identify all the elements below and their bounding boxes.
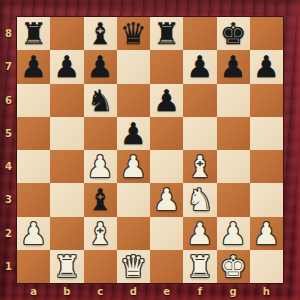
piece-white-king-g1[interactable]: ♚ [217, 250, 250, 283]
piece-black-bishop-c3[interactable]: ♝ [84, 183, 117, 216]
piece-black-pawn-f7[interactable]: ♟ [183, 50, 216, 83]
square-f3[interactable]: ♞ [183, 183, 216, 216]
piece-white-rook-b1[interactable]: ♜ [50, 250, 83, 283]
square-d3[interactable] [117, 183, 150, 216]
piece-black-pawn-a7[interactable]: ♟ [17, 50, 50, 83]
square-g2[interactable]: ♟ [217, 217, 250, 250]
piece-black-bishop-c8[interactable]: ♝ [84, 17, 117, 50]
square-h2[interactable]: ♟ [250, 217, 283, 250]
rank-labels: 87654321 [0, 17, 17, 283]
rank-label-6: 6 [0, 84, 17, 117]
piece-black-rook-e8[interactable]: ♜ [150, 17, 183, 50]
piece-black-pawn-b7[interactable]: ♟ [50, 50, 83, 83]
square-g4[interactable] [217, 150, 250, 183]
square-g5[interactable] [217, 117, 250, 150]
square-a5[interactable] [17, 117, 50, 150]
square-a6[interactable] [17, 84, 50, 117]
square-a2[interactable]: ♟ [17, 217, 50, 250]
square-b2[interactable] [50, 217, 83, 250]
square-b4[interactable] [50, 150, 83, 183]
square-b1[interactable]: ♜ [50, 250, 83, 283]
piece-black-pawn-d5[interactable]: ♟ [117, 117, 150, 150]
square-g1[interactable]: ♚ [217, 250, 250, 283]
square-c1[interactable] [84, 250, 117, 283]
piece-black-pawn-e6[interactable]: ♟ [150, 84, 183, 117]
square-d8[interactable]: ♛ [117, 17, 150, 50]
rank-label-4: 4 [0, 150, 17, 183]
square-a3[interactable] [17, 183, 50, 216]
square-h1[interactable] [250, 250, 283, 283]
square-e7[interactable] [150, 50, 183, 83]
piece-white-pawn-g2[interactable]: ♟ [217, 217, 250, 250]
square-b6[interactable] [50, 84, 83, 117]
square-e8[interactable]: ♜ [150, 17, 183, 50]
square-f1[interactable]: ♜ [183, 250, 216, 283]
chess-board: ♜♝♛♜♚♟♟♟♟♟♟♞♟♟♟♟♝♝♟♞♟♝♟♟♟♜♛♜♚ [17, 17, 283, 283]
square-e2[interactable] [150, 217, 183, 250]
square-a7[interactable]: ♟ [17, 50, 50, 83]
square-e3[interactable]: ♟ [150, 183, 183, 216]
file-label-e: e [150, 283, 183, 300]
chess-diagram: 87654321 abcdefgh ♜♝♛♜♚♟♟♟♟♟♟♞♟♟♟♟♝♝♟♞♟♝… [0, 0, 300, 300]
piece-white-bishop-c2[interactable]: ♝ [84, 217, 117, 250]
square-f4[interactable]: ♝ [183, 150, 216, 183]
file-label-f: f [183, 283, 216, 300]
square-e5[interactable] [150, 117, 183, 150]
rank-label-3: 3 [0, 183, 17, 216]
file-label-g: g [217, 283, 250, 300]
piece-white-pawn-c4[interactable]: ♟ [84, 150, 117, 183]
square-h8[interactable] [250, 17, 283, 50]
square-c4[interactable]: ♟ [84, 150, 117, 183]
rank-label-8: 8 [0, 17, 17, 50]
piece-white-queen-d1[interactable]: ♛ [117, 250, 150, 283]
piece-black-pawn-c7[interactable]: ♟ [84, 50, 117, 83]
square-c6[interactable]: ♞ [84, 84, 117, 117]
square-d2[interactable] [117, 217, 150, 250]
square-a4[interactable] [17, 150, 50, 183]
piece-white-pawn-h2[interactable]: ♟ [250, 217, 283, 250]
piece-black-rook-a8[interactable]: ♜ [17, 17, 50, 50]
piece-white-bishop-f4[interactable]: ♝ [183, 150, 216, 183]
piece-black-pawn-h7[interactable]: ♟ [250, 50, 283, 83]
square-f8[interactable] [183, 17, 216, 50]
square-b3[interactable] [50, 183, 83, 216]
square-d6[interactable] [117, 84, 150, 117]
square-d1[interactable]: ♛ [117, 250, 150, 283]
square-h5[interactable] [250, 117, 283, 150]
square-d5[interactable]: ♟ [117, 117, 150, 150]
square-d4[interactable]: ♟ [117, 150, 150, 183]
piece-black-pawn-g7[interactable]: ♟ [217, 50, 250, 83]
piece-white-pawn-f2[interactable]: ♟ [183, 217, 216, 250]
square-b7[interactable]: ♟ [50, 50, 83, 83]
square-c8[interactable]: ♝ [84, 17, 117, 50]
file-label-b: b [50, 283, 83, 300]
piece-black-king-g8[interactable]: ♚ [217, 17, 250, 50]
square-f2[interactable]: ♟ [183, 217, 216, 250]
square-b8[interactable] [50, 17, 83, 50]
rank-label-7: 7 [0, 50, 17, 83]
file-label-h: h [250, 283, 283, 300]
square-h4[interactable] [250, 150, 283, 183]
square-f7[interactable]: ♟ [183, 50, 216, 83]
square-c2[interactable]: ♝ [84, 217, 117, 250]
rank-label-2: 2 [0, 217, 17, 250]
square-c3[interactable]: ♝ [84, 183, 117, 216]
piece-white-pawn-d4[interactable]: ♟ [117, 150, 150, 183]
square-f6[interactable] [183, 84, 216, 117]
square-h7[interactable]: ♟ [250, 50, 283, 83]
square-g3[interactable] [217, 183, 250, 216]
piece-black-queen-d8[interactable]: ♛ [117, 17, 150, 50]
square-g8[interactable]: ♚ [217, 17, 250, 50]
piece-white-rook-f1[interactable]: ♜ [183, 250, 216, 283]
square-a8[interactable]: ♜ [17, 17, 50, 50]
piece-white-knight-f3[interactable]: ♞ [183, 183, 216, 216]
square-h6[interactable] [250, 84, 283, 117]
square-g7[interactable]: ♟ [217, 50, 250, 83]
file-labels: abcdefgh [17, 283, 283, 300]
file-label-d: d [117, 283, 150, 300]
piece-white-pawn-a2[interactable]: ♟ [17, 217, 50, 250]
file-label-a: a [17, 283, 50, 300]
square-h3[interactable] [250, 183, 283, 216]
square-f5[interactable] [183, 117, 216, 150]
square-g6[interactable] [217, 84, 250, 117]
rank-label-1: 1 [0, 250, 17, 283]
square-a1[interactable] [17, 250, 50, 283]
square-e4[interactable] [150, 150, 183, 183]
square-b5[interactable] [50, 117, 83, 150]
rank-label-5: 5 [0, 117, 17, 150]
piece-black-knight-c6[interactable]: ♞ [84, 84, 117, 117]
piece-white-pawn-e3[interactable]: ♟ [150, 183, 183, 216]
square-e1[interactable] [150, 250, 183, 283]
square-d7[interactable] [117, 50, 150, 83]
square-c7[interactable]: ♟ [84, 50, 117, 83]
file-label-c: c [84, 283, 117, 300]
square-e6[interactable]: ♟ [150, 84, 183, 117]
square-c5[interactable] [84, 117, 117, 150]
